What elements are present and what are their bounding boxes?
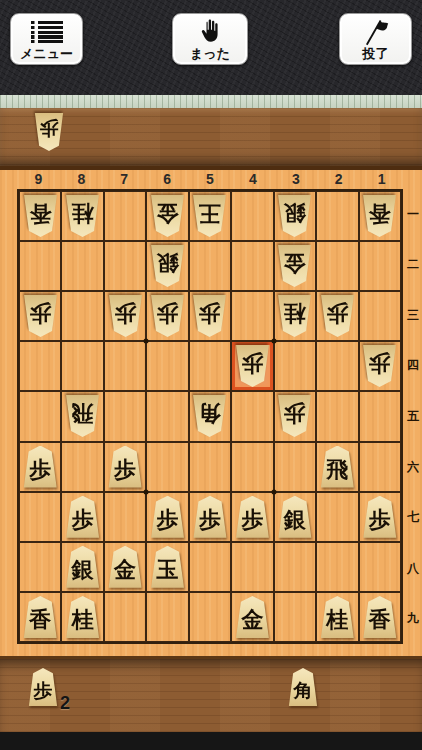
piece-silver-sente[interactable]: 銀 [277, 496, 312, 538]
square-17[interactable]: 歩 [359, 492, 401, 542]
square-41[interactable] [231, 191, 273, 241]
rank-label-7: 七 [404, 492, 422, 543]
square-68[interactable]: 玉 [146, 542, 188, 592]
square-12[interactable] [359, 241, 401, 291]
menu-button[interactable]: メニュー [10, 13, 83, 65]
takeback-button[interactable]: まった [172, 13, 248, 65]
square-34[interactable] [274, 341, 316, 391]
sente-hand-pawn[interactable]: 歩2 [28, 668, 58, 706]
square-27[interactable] [316, 492, 358, 542]
square-35[interactable]: 歩 [274, 391, 316, 441]
file-label-6: 6 [146, 170, 189, 188]
square-96[interactable]: 歩 [19, 442, 61, 492]
piece-pawn-sente[interactable]: 歩 [108, 446, 143, 488]
square-26[interactable]: 飛 [316, 442, 358, 492]
piece-gold-sente[interactable]: 金 [108, 546, 143, 588]
piece-pawn-sente[interactable]: 歩 [28, 668, 58, 706]
square-72[interactable] [104, 241, 146, 291]
square-88[interactable]: 銀 [61, 542, 103, 592]
file-label-8: 8 [60, 170, 103, 188]
rank-label-4: 四 [404, 341, 422, 392]
piece-bishop-sente[interactable]: 角 [288, 668, 318, 706]
square-79[interactable] [104, 592, 146, 642]
menu-list-icon [13, 17, 80, 46]
square-45[interactable] [231, 391, 273, 441]
square-73[interactable]: 歩 [104, 291, 146, 341]
piece-bishop-gote[interactable]: 角 [192, 395, 227, 437]
square-42[interactable] [231, 241, 273, 291]
square-39[interactable] [274, 592, 316, 642]
gote-hand-tray: 歩 [0, 108, 422, 170]
square-49[interactable]: 金 [231, 592, 273, 642]
hoshi-dot [144, 489, 149, 494]
file-label-2: 2 [317, 170, 360, 188]
square-87[interactable]: 歩 [61, 492, 103, 542]
square-84[interactable] [61, 341, 103, 391]
square-66[interactable] [146, 442, 188, 492]
rank-label-5: 五 [404, 391, 422, 442]
square-46[interactable] [231, 442, 273, 492]
piece-pawn-gote[interactable]: 歩 [23, 295, 58, 337]
piece-pawn-gote[interactable]: 歩 [277, 395, 312, 437]
board-grid: 香桂金王銀香銀金歩歩歩歩桂歩歩歩飛角歩歩歩飛歩歩歩歩銀歩銀金玉香桂金桂香 [17, 189, 403, 644]
square-23[interactable]: 歩 [316, 291, 358, 341]
square-98[interactable] [19, 542, 61, 592]
rank-label-8: 八 [404, 543, 422, 594]
piece-gold-gote[interactable]: 金 [150, 195, 185, 237]
square-81[interactable]: 桂 [61, 191, 103, 241]
piece-king-sente[interactable]: 玉 [150, 546, 185, 588]
piece-pawn-gote[interactable]: 歩 [235, 345, 270, 387]
piece-knight-sente[interactable]: 桂 [65, 596, 100, 638]
square-78[interactable]: 金 [104, 542, 146, 592]
square-59[interactable] [189, 592, 231, 642]
square-24[interactable] [316, 341, 358, 391]
gote-hand-pawn[interactable]: 歩 [34, 113, 64, 151]
sente-hand-tray: 歩2角 [0, 656, 422, 732]
square-69[interactable] [146, 592, 188, 642]
piece-king-gote[interactable]: 王 [192, 195, 227, 237]
square-61[interactable]: 金 [146, 191, 188, 241]
square-11[interactable]: 香 [359, 191, 401, 241]
piece-knight-sente[interactable]: 桂 [320, 596, 355, 638]
rank-label-3: 三 [404, 290, 422, 341]
piece-pawn-sente[interactable]: 歩 [23, 446, 58, 488]
file-label-1: 1 [360, 170, 403, 188]
square-47[interactable]: 歩 [231, 492, 273, 542]
piece-silver-sente[interactable]: 銀 [65, 546, 100, 588]
hoshi-dot [271, 489, 276, 494]
file-label-3: 3 [274, 170, 317, 188]
square-67[interactable]: 歩 [146, 492, 188, 542]
shogi-board: 987654321 香桂金王銀香銀金歩歩歩歩桂歩歩歩飛角歩歩歩飛歩歩歩歩銀歩銀金… [0, 170, 422, 656]
hoshi-dot [144, 339, 149, 344]
square-93[interactable]: 歩 [19, 291, 61, 341]
square-31[interactable]: 銀 [274, 191, 316, 241]
piece-pawn-gote[interactable]: 歩 [362, 345, 397, 387]
square-21[interactable] [316, 191, 358, 241]
bottom-edge [0, 732, 422, 750]
hand-icon [175, 17, 245, 46]
square-28[interactable] [316, 542, 358, 592]
toolbar: メニュー まった 投了 [0, 0, 422, 95]
hoshi-dot [271, 339, 276, 344]
square-64[interactable] [146, 341, 188, 391]
square-97[interactable] [19, 492, 61, 542]
resign-button[interactable]: 投了 [339, 13, 412, 65]
piece-pawn-gote[interactable]: 歩 [192, 295, 227, 337]
piece-lance-gote[interactable]: 香 [362, 195, 397, 237]
takeback-button-label: まった [190, 46, 230, 61]
file-label-5: 5 [189, 170, 232, 188]
piece-rook-sente[interactable]: 飛 [320, 446, 355, 488]
menu-button-label: メニュー [20, 46, 73, 61]
piece-lance-gote[interactable]: 香 [23, 195, 58, 237]
square-52[interactable] [189, 241, 231, 291]
square-19[interactable]: 香 [359, 592, 401, 642]
square-37[interactable]: 銀 [274, 492, 316, 542]
rank-label-1: 一 [404, 189, 422, 240]
piece-lance-sente[interactable]: 香 [362, 596, 397, 638]
rank-label-2: 二 [404, 240, 422, 291]
square-58[interactable] [189, 542, 231, 592]
square-76[interactable]: 歩 [104, 442, 146, 492]
square-18[interactable] [359, 542, 401, 592]
piece-lance-sente[interactable]: 香 [23, 596, 58, 638]
file-label-9: 9 [17, 170, 60, 188]
sente-hand-bishop[interactable]: 角 [288, 668, 318, 706]
square-22[interactable] [316, 241, 358, 291]
piece-pawn-gote[interactable]: 歩 [150, 295, 185, 337]
square-44[interactable]: 歩 [231, 341, 273, 391]
square-14[interactable]: 歩 [359, 341, 401, 391]
piece-knight-gote[interactable]: 桂 [65, 195, 100, 237]
square-86[interactable] [61, 442, 103, 492]
square-48[interactable] [231, 542, 273, 592]
piece-pawn-sente[interactable]: 歩 [192, 496, 227, 538]
piece-gold-sente[interactable]: 金 [235, 596, 270, 638]
square-77[interactable] [104, 492, 146, 542]
square-75[interactable] [104, 391, 146, 441]
file-label-4: 4 [231, 170, 274, 188]
square-15[interactable] [359, 391, 401, 441]
piece-rook-gote[interactable]: 飛 [65, 395, 100, 437]
square-29[interactable]: 桂 [316, 592, 358, 642]
piece-pawn-sente[interactable]: 歩 [362, 496, 397, 538]
square-83[interactable] [61, 291, 103, 341]
file-labels: 987654321 [17, 170, 403, 188]
square-54[interactable] [189, 341, 231, 391]
square-92[interactable] [19, 241, 61, 291]
square-95[interactable] [19, 391, 61, 441]
square-56[interactable] [189, 442, 231, 492]
piece-knight-gote[interactable]: 桂 [277, 295, 312, 337]
piece-pawn-sente[interactable]: 歩 [65, 496, 100, 538]
square-89[interactable]: 桂 [61, 592, 103, 642]
square-51[interactable]: 王 [189, 191, 231, 241]
square-53[interactable]: 歩 [189, 291, 231, 341]
rank-label-9: 九 [404, 594, 422, 645]
hand-piece-count: 2 [60, 693, 70, 714]
square-99[interactable]: 香 [19, 592, 61, 642]
square-71[interactable] [104, 191, 146, 241]
square-85[interactable]: 飛 [61, 391, 103, 441]
piece-pawn-sente[interactable]: 歩 [235, 496, 270, 538]
square-32[interactable]: 金 [274, 241, 316, 291]
piece-gold-gote[interactable]: 金 [277, 245, 312, 287]
piece-pawn-gote[interactable]: 歩 [34, 113, 64, 151]
flag-icon [342, 17, 409, 46]
piece-pawn-sente[interactable]: 歩 [150, 496, 185, 538]
square-65[interactable] [146, 391, 188, 441]
square-55[interactable]: 角 [189, 391, 231, 441]
square-16[interactable] [359, 442, 401, 492]
square-62[interactable]: 銀 [146, 241, 188, 291]
rank-label-6: 六 [404, 442, 422, 493]
square-33[interactable]: 桂 [274, 291, 316, 341]
square-74[interactable] [104, 341, 146, 391]
piece-silver-gote[interactable]: 銀 [277, 195, 312, 237]
square-36[interactable] [274, 442, 316, 492]
square-82[interactable] [61, 241, 103, 291]
square-63[interactable]: 歩 [146, 291, 188, 341]
resign-button-label: 投了 [363, 46, 389, 61]
rank-labels: 一二三四五六七八九 [404, 189, 422, 644]
square-43[interactable] [231, 291, 273, 341]
square-38[interactable] [274, 542, 316, 592]
piece-pawn-gote[interactable]: 歩 [320, 295, 355, 337]
file-label-7: 7 [103, 170, 146, 188]
square-13[interactable] [359, 291, 401, 341]
square-25[interactable] [316, 391, 358, 441]
piece-silver-gote[interactable]: 銀 [150, 245, 185, 287]
square-94[interactable] [19, 341, 61, 391]
square-57[interactable]: 歩 [189, 492, 231, 542]
square-91[interactable]: 香 [19, 191, 61, 241]
piece-pawn-gote[interactable]: 歩 [108, 295, 143, 337]
app-screen: メニュー まった 投了 歩 987654321 香桂金王銀香銀金歩歩歩歩桂歩歩歩… [0, 0, 422, 750]
